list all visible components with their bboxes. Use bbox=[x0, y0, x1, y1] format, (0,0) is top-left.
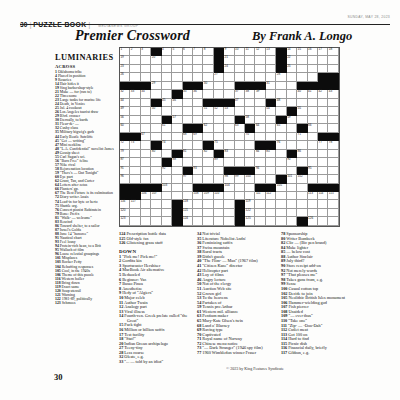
grid-cell[interactable] bbox=[193, 99, 203, 107]
grid-cell[interactable] bbox=[266, 116, 276, 124]
grid-cell[interactable] bbox=[328, 116, 338, 124]
grid-cell[interactable] bbox=[255, 56, 265, 64]
grid-cell[interactable] bbox=[224, 192, 234, 200]
grid-cell[interactable] bbox=[130, 158, 140, 166]
grid-cell[interactable] bbox=[255, 217, 265, 225]
grid-cell[interactable] bbox=[130, 65, 140, 73]
grid-cell[interactable] bbox=[162, 56, 172, 64]
grid-cell[interactable] bbox=[151, 217, 161, 225]
grid-cell[interactable] bbox=[130, 73, 140, 81]
grid-cell[interactable] bbox=[308, 200, 318, 208]
grid-cell[interactable] bbox=[203, 90, 213, 98]
grid-cell[interactable] bbox=[162, 107, 172, 115]
grid-cell[interactable] bbox=[276, 217, 286, 225]
grid-cell[interactable] bbox=[308, 56, 318, 64]
grid-cell[interactable] bbox=[183, 184, 193, 192]
grid-cell[interactable] bbox=[266, 167, 276, 175]
grid-cell[interactable]: 3 bbox=[141, 48, 151, 56]
grid-cell[interactable] bbox=[141, 217, 151, 225]
grid-cell[interactable] bbox=[151, 90, 161, 98]
grid-cell[interactable] bbox=[224, 200, 234, 208]
grid-cell[interactable]: 84 bbox=[255, 150, 265, 158]
grid-cell[interactable] bbox=[130, 99, 140, 107]
grid-cell[interactable]: 71 bbox=[297, 133, 307, 141]
grid-cell[interactable]: 38 bbox=[245, 90, 255, 98]
grid-cell[interactable] bbox=[193, 200, 203, 208]
grid-cell[interactable] bbox=[130, 56, 140, 64]
grid-cell[interactable] bbox=[287, 184, 297, 192]
grid-cell[interactable] bbox=[214, 167, 224, 175]
grid-cell[interactable] bbox=[255, 65, 265, 73]
grid-cell[interactable] bbox=[203, 217, 213, 225]
grid-cell[interactable] bbox=[151, 133, 161, 141]
grid-cell[interactable] bbox=[193, 65, 203, 73]
grid-cell[interactable]: 85 bbox=[266, 150, 276, 158]
grid-cell[interactable] bbox=[255, 133, 265, 141]
grid-cell[interactable] bbox=[287, 217, 297, 225]
grid-cell[interactable] bbox=[266, 158, 276, 166]
grid-cell[interactable] bbox=[224, 82, 234, 90]
grid-cell[interactable] bbox=[151, 175, 161, 183]
grid-cell[interactable] bbox=[276, 209, 286, 217]
grid-cell[interactable] bbox=[318, 200, 328, 208]
grid-cell[interactable]: 69 bbox=[193, 133, 203, 141]
grid-cell[interactable] bbox=[193, 209, 203, 217]
grid-cell[interactable]: 50 bbox=[151, 107, 161, 115]
grid-cell[interactable]: 28 bbox=[276, 73, 286, 81]
grid-cell[interactable] bbox=[224, 124, 234, 132]
grid-cell[interactable] bbox=[245, 158, 255, 166]
grid-cell[interactable]: 40 bbox=[297, 90, 307, 98]
grid-cell[interactable]: 4 bbox=[162, 48, 172, 56]
grid-cell[interactable] bbox=[183, 56, 193, 64]
grid-cell[interactable] bbox=[287, 192, 297, 200]
grid-cell[interactable] bbox=[141, 56, 151, 64]
grid-cell[interactable]: 25 bbox=[287, 65, 297, 73]
grid-cell[interactable]: 97 bbox=[183, 175, 193, 183]
grid-cell[interactable] bbox=[214, 175, 224, 183]
grid-cell[interactable] bbox=[224, 73, 234, 81]
grid-cell[interactable] bbox=[318, 65, 328, 73]
grid-cell[interactable] bbox=[193, 56, 203, 64]
grid-cell[interactable] bbox=[297, 184, 307, 192]
grid-cell[interactable]: 115 bbox=[328, 192, 338, 200]
grid-cell[interactable]: 110 bbox=[214, 192, 224, 200]
grid-cell[interactable] bbox=[172, 141, 182, 149]
grid-cell[interactable] bbox=[255, 99, 265, 107]
grid-cell[interactable] bbox=[224, 90, 234, 98]
grid-cell[interactable] bbox=[287, 124, 297, 132]
grid-cell[interactable]: 103 bbox=[162, 184, 172, 192]
grid-cell[interactable] bbox=[328, 150, 338, 158]
grid-cell[interactable] bbox=[172, 65, 182, 73]
grid-cell[interactable]: 11 bbox=[245, 48, 255, 56]
grid-cell[interactable]: 99 bbox=[235, 175, 245, 183]
grid-cell[interactable] bbox=[214, 200, 224, 208]
grid-cell[interactable] bbox=[130, 209, 140, 217]
grid-cell[interactable] bbox=[235, 107, 245, 115]
grid-cell[interactable]: 74 bbox=[162, 141, 172, 149]
grid-cell[interactable] bbox=[297, 158, 307, 166]
grid-cell[interactable] bbox=[287, 99, 297, 107]
grid-cell[interactable] bbox=[130, 217, 140, 225]
grid-cell[interactable] bbox=[266, 90, 276, 98]
grid-cell[interactable] bbox=[172, 167, 182, 175]
grid-cell[interactable] bbox=[193, 116, 203, 124]
grid-cell[interactable]: 27 bbox=[214, 73, 224, 81]
grid-cell[interactable]: 26 bbox=[120, 73, 130, 81]
grid-cell[interactable]: 5 bbox=[172, 48, 182, 56]
grid-cell[interactable] bbox=[308, 133, 318, 141]
grid-cell[interactable] bbox=[141, 150, 151, 158]
grid-cell[interactable] bbox=[193, 150, 203, 158]
grid-cell[interactable] bbox=[224, 116, 234, 124]
grid-cell[interactable] bbox=[308, 107, 318, 115]
grid-cell[interactable] bbox=[328, 65, 338, 73]
grid-cell[interactable] bbox=[214, 116, 224, 124]
grid-cell[interactable]: 68 bbox=[183, 133, 193, 141]
grid-cell[interactable] bbox=[308, 73, 318, 81]
grid-cell[interactable] bbox=[162, 209, 172, 217]
grid-cell[interactable] bbox=[224, 133, 234, 141]
grid-cell[interactable]: 86 bbox=[297, 150, 307, 158]
grid-cell[interactable] bbox=[141, 73, 151, 81]
grid-cell[interactable]: 90 bbox=[287, 158, 297, 166]
grid-cell[interactable] bbox=[328, 175, 338, 183]
grid-cell[interactable]: 53 bbox=[224, 107, 234, 115]
grid-cell[interactable] bbox=[183, 116, 193, 124]
grid-cell[interactable] bbox=[183, 99, 193, 107]
grid-cell[interactable] bbox=[318, 116, 328, 124]
grid-cell[interactable] bbox=[328, 200, 338, 208]
grid-cell[interactable] bbox=[203, 209, 213, 217]
grid-cell[interactable] bbox=[297, 65, 307, 73]
grid-cell[interactable]: 54 bbox=[266, 107, 276, 115]
grid-cell[interactable] bbox=[297, 192, 307, 200]
grid-cell[interactable] bbox=[287, 73, 297, 81]
grid-cell[interactable] bbox=[266, 56, 276, 64]
grid-cell[interactable] bbox=[328, 99, 338, 107]
grid-cell[interactable] bbox=[308, 141, 318, 149]
grid-cell[interactable] bbox=[276, 167, 286, 175]
grid-cell[interactable]: 63 bbox=[235, 124, 245, 132]
grid-cell[interactable]: 81 bbox=[183, 150, 193, 158]
grid-cell[interactable] bbox=[245, 65, 255, 73]
grid-cell[interactable]: 33 bbox=[130, 90, 140, 98]
grid-cell[interactable] bbox=[297, 209, 307, 217]
grid-cell[interactable] bbox=[151, 167, 161, 175]
grid-cell[interactable] bbox=[162, 192, 172, 200]
grid-cell[interactable] bbox=[172, 82, 182, 90]
grid-cell[interactable]: 111 bbox=[255, 192, 265, 200]
grid-cell[interactable] bbox=[235, 184, 245, 192]
grid-cell[interactable]: 107 bbox=[151, 192, 161, 200]
grid-cell[interactable] bbox=[255, 209, 265, 217]
grid-cell[interactable] bbox=[318, 99, 328, 107]
grid-cell[interactable]: 93 bbox=[193, 167, 203, 175]
grid-cell[interactable] bbox=[130, 175, 140, 183]
grid-cell[interactable] bbox=[255, 175, 265, 183]
grid-cell[interactable]: 7 bbox=[193, 48, 203, 56]
grid-cell[interactable]: 92 bbox=[162, 167, 172, 175]
grid-cell[interactable] bbox=[141, 99, 151, 107]
grid-cell[interactable]: 18 bbox=[328, 48, 338, 56]
grid-cell[interactable]: 8 bbox=[203, 48, 213, 56]
grid-cell[interactable]: 125 bbox=[245, 217, 255, 225]
grid-cell[interactable] bbox=[328, 158, 338, 166]
grid-cell[interactable] bbox=[235, 192, 245, 200]
grid-cell[interactable]: 105 bbox=[276, 184, 286, 192]
grid-cell[interactable]: 64 bbox=[255, 124, 265, 132]
grid-cell[interactable]: 77 bbox=[318, 141, 328, 149]
grid-cell[interactable] bbox=[203, 200, 213, 208]
grid-cell[interactable] bbox=[183, 107, 193, 115]
grid-cell[interactable]: 65 bbox=[276, 124, 286, 132]
grid-cell[interactable]: 104 bbox=[224, 184, 234, 192]
grid-cell[interactable] bbox=[203, 175, 213, 183]
grid-cell[interactable] bbox=[318, 167, 328, 175]
grid-cell[interactable] bbox=[297, 200, 307, 208]
grid-cell[interactable] bbox=[318, 107, 328, 115]
grid-cell[interactable] bbox=[297, 116, 307, 124]
grid-cell[interactable]: 16 bbox=[308, 48, 318, 56]
grid-cell[interactable]: 100 bbox=[245, 175, 255, 183]
grid-cell[interactable] bbox=[266, 209, 276, 217]
grid-cell[interactable]: 10 bbox=[235, 48, 245, 56]
grid-cell[interactable] bbox=[318, 124, 328, 132]
grid-cell[interactable] bbox=[287, 82, 297, 90]
grid-cell[interactable] bbox=[328, 56, 338, 64]
grid-cell[interactable] bbox=[172, 192, 182, 200]
grid-cell[interactable] bbox=[245, 141, 255, 149]
grid-cell[interactable]: 76 bbox=[276, 141, 286, 149]
grid-cell[interactable]: 45 bbox=[162, 99, 172, 107]
grid-cell[interactable] bbox=[308, 175, 318, 183]
grid-cell[interactable] bbox=[245, 150, 255, 158]
grid-cell[interactable] bbox=[172, 175, 182, 183]
grid-cell[interactable] bbox=[276, 150, 286, 158]
grid-cell[interactable] bbox=[151, 200, 161, 208]
grid-cell[interactable] bbox=[266, 217, 276, 225]
grid-cell[interactable] bbox=[141, 116, 151, 124]
grid-cell[interactable]: 58 bbox=[245, 116, 255, 124]
grid-cell[interactable]: 30 bbox=[203, 82, 213, 90]
grid-cell[interactable] bbox=[193, 73, 203, 81]
grid-cell[interactable]: 89 bbox=[214, 158, 224, 166]
grid-cell[interactable] bbox=[328, 217, 338, 225]
grid-cell[interactable] bbox=[172, 133, 182, 141]
grid-cell[interactable] bbox=[130, 107, 140, 115]
grid-cell[interactable]: 12 bbox=[255, 48, 265, 56]
grid-cell[interactable]: 96 bbox=[120, 175, 130, 183]
grid-cell[interactable] bbox=[308, 65, 318, 73]
grid-cell[interactable]: 94 bbox=[255, 167, 265, 175]
grid-cell[interactable] bbox=[318, 158, 328, 166]
grid-cell[interactable] bbox=[276, 82, 286, 90]
grid-cell[interactable] bbox=[328, 107, 338, 115]
grid-cell[interactable] bbox=[203, 167, 213, 175]
grid-cell[interactable] bbox=[318, 209, 328, 217]
crossword-grid[interactable]: 1234567891011121314151617181920212223242… bbox=[119, 47, 340, 227]
grid-cell[interactable]: 88 bbox=[172, 158, 182, 166]
grid-cell[interactable] bbox=[245, 184, 255, 192]
grid-cell[interactable] bbox=[287, 200, 297, 208]
grid-cell[interactable]: 78 bbox=[328, 141, 338, 149]
grid-cell[interactable] bbox=[276, 107, 286, 115]
grid-cell[interactable]: 52 bbox=[214, 107, 224, 115]
grid-cell[interactable]: 39 bbox=[255, 90, 265, 98]
grid-cell[interactable] bbox=[203, 133, 213, 141]
grid-cell[interactable]: 80 bbox=[151, 150, 161, 158]
grid-cell[interactable]: 66 bbox=[308, 124, 318, 132]
grid-cell[interactable] bbox=[214, 209, 224, 217]
grid-cell[interactable]: 31 bbox=[266, 82, 276, 90]
grid-cell[interactable] bbox=[224, 158, 234, 166]
grid-cell[interactable]: 48 bbox=[276, 99, 286, 107]
grid-cell[interactable] bbox=[318, 150, 328, 158]
grid-cell[interactable] bbox=[328, 209, 338, 217]
grid-cell[interactable] bbox=[172, 184, 182, 192]
grid-cell[interactable] bbox=[235, 56, 245, 64]
grid-cell[interactable] bbox=[183, 73, 193, 81]
grid-cell[interactable] bbox=[141, 200, 151, 208]
grid-cell[interactable] bbox=[266, 200, 276, 208]
grid-cell[interactable]: 102 bbox=[297, 175, 307, 183]
grid-cell[interactable] bbox=[297, 73, 307, 81]
grid-cell[interactable] bbox=[141, 175, 151, 183]
grid-cell[interactable] bbox=[287, 133, 297, 141]
grid-cell[interactable] bbox=[141, 209, 151, 217]
grid-cell[interactable] bbox=[235, 65, 245, 73]
grid-cell[interactable]: 112 bbox=[266, 192, 276, 200]
grid-cell[interactable]: 73 bbox=[130, 141, 140, 149]
grid-cell[interactable] bbox=[287, 90, 297, 98]
grid-cell[interactable]: 67 bbox=[141, 133, 151, 141]
grid-cell[interactable] bbox=[193, 217, 203, 225]
grid-cell[interactable] bbox=[287, 141, 297, 149]
grid-cell[interactable] bbox=[235, 141, 245, 149]
grid-cell[interactable] bbox=[255, 107, 265, 115]
grid-cell[interactable]: 55 bbox=[297, 107, 307, 115]
grid-cell[interactable]: 57 bbox=[172, 116, 182, 124]
grid-cell[interactable]: 29 bbox=[151, 82, 161, 90]
grid-cell[interactable] bbox=[245, 73, 255, 81]
grid-cell[interactable] bbox=[172, 73, 182, 81]
grid-cell[interactable] bbox=[235, 133, 245, 141]
grid-cell[interactable]: 82 bbox=[203, 150, 213, 158]
grid-cell[interactable]: 95 bbox=[308, 167, 318, 175]
grid-cell[interactable] bbox=[297, 56, 307, 64]
grid-cell[interactable] bbox=[141, 141, 151, 149]
grid-cell[interactable]: 61 bbox=[162, 124, 172, 132]
grid-cell[interactable] bbox=[162, 150, 172, 158]
grid-cell[interactable]: 15 bbox=[297, 48, 307, 56]
grid-cell[interactable] bbox=[130, 167, 140, 175]
grid-cell[interactable]: 75 bbox=[214, 141, 224, 149]
grid-cell[interactable] bbox=[162, 65, 172, 73]
grid-cell[interactable]: 109 bbox=[203, 192, 213, 200]
grid-cell[interactable] bbox=[214, 82, 224, 90]
grid-cell[interactable] bbox=[203, 65, 213, 73]
grid-cell[interactable] bbox=[245, 99, 255, 107]
grid-cell[interactable]: 117 bbox=[130, 200, 140, 208]
grid-cell[interactable] bbox=[255, 200, 265, 208]
grid-cell[interactable] bbox=[151, 124, 161, 132]
grid-cell[interactable]: 43 bbox=[328, 90, 338, 98]
grid-cell[interactable] bbox=[162, 217, 172, 225]
grid-cell[interactable]: 35 bbox=[183, 90, 193, 98]
grid-cell[interactable] bbox=[235, 73, 245, 81]
grid-cell[interactable] bbox=[130, 124, 140, 132]
grid-cell[interactable] bbox=[214, 217, 224, 225]
grid-cell[interactable]: 126 bbox=[308, 217, 318, 225]
grid-cell[interactable]: 36 bbox=[193, 90, 203, 98]
grid-cell[interactable] bbox=[162, 82, 172, 90]
grid-cell[interactable]: 114 bbox=[318, 192, 328, 200]
grid-cell[interactable] bbox=[266, 175, 276, 183]
grid-cell[interactable] bbox=[255, 73, 265, 81]
grid-cell[interactable] bbox=[266, 133, 276, 141]
grid-cell[interactable] bbox=[162, 200, 172, 208]
grid-cell[interactable]: 24 bbox=[224, 65, 234, 73]
grid-cell[interactable] bbox=[328, 124, 338, 132]
grid-cell[interactable] bbox=[172, 56, 182, 64]
grid-cell[interactable] bbox=[328, 167, 338, 175]
grid-cell[interactable]: 20 bbox=[151, 56, 161, 64]
grid-cell[interactable] bbox=[203, 158, 213, 166]
grid-cell[interactable] bbox=[235, 158, 245, 166]
grid-cell[interactable] bbox=[193, 175, 203, 183]
grid-cell[interactable] bbox=[266, 124, 276, 132]
grid-cell[interactable]: 46 bbox=[172, 99, 182, 107]
grid-cell[interactable] bbox=[193, 141, 203, 149]
grid-cell[interactable] bbox=[276, 192, 286, 200]
grid-cell[interactable] bbox=[214, 124, 224, 132]
grid-cell[interactable]: 124 bbox=[183, 217, 193, 225]
grid-cell[interactable] bbox=[151, 209, 161, 217]
grid-cell[interactable]: 106 bbox=[141, 192, 151, 200]
grid-cell[interactable]: 83 bbox=[224, 150, 234, 158]
grid-cell[interactable]: 17 bbox=[318, 48, 328, 56]
grid-cell[interactable]: 70 bbox=[245, 133, 255, 141]
grid-cell[interactable]: 13 bbox=[266, 48, 276, 56]
grid-cell[interactable] bbox=[318, 217, 328, 225]
grid-cell[interactable] bbox=[151, 116, 161, 124]
grid-cell[interactable] bbox=[308, 99, 318, 107]
grid-cell[interactable] bbox=[276, 200, 286, 208]
grid-cell[interactable]: 47 bbox=[235, 99, 245, 107]
grid-cell[interactable]: 108 bbox=[193, 192, 203, 200]
grid-cell[interactable] bbox=[203, 56, 213, 64]
grid-cell[interactable] bbox=[193, 107, 203, 115]
grid-cell[interactable]: 60 bbox=[120, 124, 130, 132]
grid-cell[interactable]: 113 bbox=[308, 192, 318, 200]
grid-cell[interactable] bbox=[224, 217, 234, 225]
grid-cell[interactable]: 62 bbox=[203, 124, 213, 132]
grid-cell[interactable] bbox=[151, 65, 161, 73]
grid-cell[interactable] bbox=[162, 73, 172, 81]
grid-cell[interactable] bbox=[130, 116, 140, 124]
grid-cell[interactable] bbox=[141, 167, 151, 175]
grid-cell[interactable]: 2 bbox=[130, 48, 140, 56]
grid-cell[interactable] bbox=[214, 90, 224, 98]
grid-cell[interactable]: 59 bbox=[287, 116, 297, 124]
grid-cell[interactable] bbox=[172, 124, 182, 132]
grid-cell[interactable] bbox=[276, 158, 286, 166]
grid-cell[interactable] bbox=[141, 107, 151, 115]
grid-cell[interactable] bbox=[308, 150, 318, 158]
grid-cell[interactable] bbox=[235, 150, 245, 158]
